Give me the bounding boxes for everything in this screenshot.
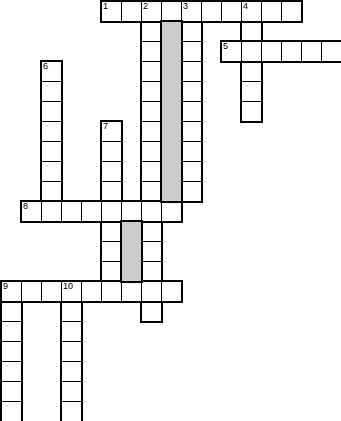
crossword-cell[interactable] — [221, 1, 242, 22]
crossword-cell[interactable] — [141, 101, 162, 122]
crossword-cell[interactable] — [121, 1, 142, 22]
crossword-cell[interactable] — [141, 261, 162, 282]
crossword-cell[interactable] — [141, 21, 162, 42]
shaded-answer-strip[interactable] — [121, 221, 142, 282]
crossword-cell[interactable] — [241, 81, 262, 102]
crossword-cell[interactable] — [21, 281, 42, 302]
crossword-cell[interactable] — [181, 1, 202, 22]
crossword-cell[interactable] — [221, 41, 242, 62]
crossword-cell[interactable] — [281, 1, 302, 22]
crossword-cell[interactable] — [81, 281, 102, 302]
crossword-cell[interactable] — [141, 281, 162, 302]
crossword-cell[interactable] — [101, 281, 122, 302]
crossword-cell[interactable] — [1, 321, 22, 342]
crossword-cell[interactable] — [101, 121, 122, 142]
crossword-cell[interactable] — [1, 361, 22, 382]
crossword-cell[interactable] — [181, 21, 202, 42]
crossword-cell[interactable] — [61, 321, 82, 342]
crossword-cell[interactable] — [141, 201, 162, 222]
crossword-cell[interactable] — [61, 401, 82, 421]
crossword-cell[interactable] — [41, 201, 62, 222]
crossword-cell[interactable] — [141, 141, 162, 162]
crossword-cell[interactable] — [101, 221, 122, 242]
crossword-cell[interactable] — [141, 1, 162, 22]
crossword-cell[interactable] — [101, 241, 122, 262]
crossword-cell[interactable] — [1, 301, 22, 322]
crossword-cell[interactable] — [1, 401, 22, 421]
crossword-cell[interactable] — [101, 161, 122, 182]
crossword-cell[interactable] — [161, 1, 182, 22]
crossword-cell[interactable] — [1, 281, 22, 302]
crossword-cell[interactable] — [61, 381, 82, 402]
crossword-cell[interactable] — [181, 101, 202, 122]
crossword-cell[interactable] — [181, 161, 202, 182]
crossword-cell[interactable] — [161, 281, 182, 302]
crossword-cell[interactable] — [1, 341, 22, 362]
crossword-cell[interactable] — [241, 61, 262, 82]
crossword-cell[interactable] — [61, 201, 82, 222]
crossword-cell[interactable] — [281, 41, 302, 62]
crossword-cell[interactable] — [201, 1, 222, 22]
crossword-board: 12345678910 — [0, 0, 341, 421]
crossword-cell[interactable] — [241, 101, 262, 122]
crossword-cell[interactable] — [81, 201, 102, 222]
crossword-cell[interactable] — [41, 101, 62, 122]
crossword-cell[interactable] — [241, 21, 262, 42]
crossword-cell[interactable] — [41, 141, 62, 162]
crossword-cell[interactable] — [181, 181, 202, 202]
crossword-cell[interactable] — [241, 1, 262, 22]
crossword-cell[interactable] — [141, 301, 162, 322]
crossword-cell[interactable] — [121, 281, 142, 302]
crossword-cell[interactable] — [61, 301, 82, 322]
crossword-cell[interactable] — [101, 261, 122, 282]
crossword-cell[interactable] — [181, 41, 202, 62]
crossword-cell[interactable] — [101, 181, 122, 202]
crossword-cell[interactable] — [141, 161, 162, 182]
crossword-cell[interactable] — [181, 81, 202, 102]
crossword-cell[interactable] — [301, 41, 322, 62]
crossword-cell[interactable] — [141, 241, 162, 262]
shaded-answer-strip[interactable] — [161, 21, 182, 202]
crossword-cell[interactable] — [161, 201, 182, 222]
crossword-cell[interactable] — [141, 181, 162, 202]
crossword-cell[interactable] — [41, 81, 62, 102]
crossword-cell[interactable] — [41, 161, 62, 182]
crossword-cell[interactable] — [61, 361, 82, 382]
crossword-cell[interactable] — [181, 121, 202, 142]
crossword-cell[interactable] — [1, 381, 22, 402]
crossword-cell[interactable] — [181, 61, 202, 82]
crossword-cell[interactable] — [41, 181, 62, 202]
crossword-cell[interactable] — [101, 201, 122, 222]
crossword-cell[interactable] — [41, 281, 62, 302]
crossword-cell[interactable] — [121, 201, 142, 222]
crossword-cell[interactable] — [141, 221, 162, 242]
crossword-cell[interactable] — [261, 1, 282, 22]
crossword-cell[interactable] — [101, 1, 122, 22]
crossword-cell[interactable] — [141, 121, 162, 142]
crossword-cell[interactable] — [241, 41, 262, 62]
crossword-cell[interactable] — [141, 81, 162, 102]
crossword-cell[interactable] — [61, 341, 82, 362]
crossword-cell[interactable] — [261, 41, 282, 62]
crossword-cell[interactable] — [101, 141, 122, 162]
crossword-cell[interactable] — [321, 41, 341, 62]
crossword-cell[interactable] — [181, 141, 202, 162]
crossword-cell[interactable] — [61, 281, 82, 302]
crossword-cell[interactable] — [41, 61, 62, 82]
crossword-cell[interactable] — [141, 61, 162, 82]
crossword-cell[interactable] — [21, 201, 42, 222]
crossword-cell[interactable] — [141, 41, 162, 62]
crossword-cell[interactable] — [41, 121, 62, 142]
